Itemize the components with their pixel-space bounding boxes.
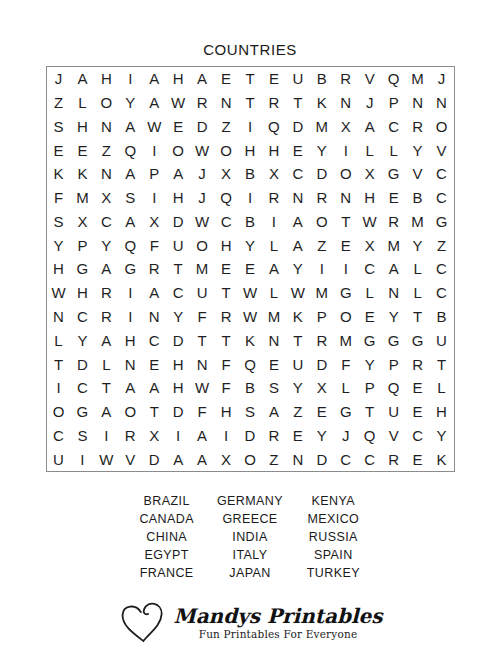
grid-cell: V xyxy=(118,447,142,471)
grid-cell: I xyxy=(94,423,118,447)
grid-cell: R xyxy=(310,186,334,210)
grid-cell: U xyxy=(382,400,406,424)
grid-cell: I xyxy=(70,447,94,471)
grid-cell: T xyxy=(238,91,262,115)
grid-cell: N xyxy=(382,281,406,305)
word-list: BRAZILGERMANYKENYACANADAGREECEMEXICOCHIN… xyxy=(125,492,375,582)
grid-cell: M xyxy=(406,67,430,91)
grid-cell: A xyxy=(166,447,190,471)
grid-cell: H xyxy=(70,281,94,305)
grid-cell: A xyxy=(142,376,166,400)
grid-cell: A xyxy=(118,162,142,186)
grid-cell: R xyxy=(94,305,118,329)
word-list-item: MEXICO xyxy=(292,510,375,528)
grid-cell: E xyxy=(214,67,238,91)
grid-cell: Z xyxy=(310,233,334,257)
grid-cell: N xyxy=(214,91,238,115)
grid-cell: C xyxy=(214,210,238,234)
grid-cell: N xyxy=(190,352,214,376)
grid-cell: S xyxy=(118,186,142,210)
grid-cell: C xyxy=(358,447,382,471)
grid-cell: P xyxy=(382,91,406,115)
grid-cell: K xyxy=(70,162,94,186)
grid-cell: W xyxy=(358,210,382,234)
grid-cell: N xyxy=(94,115,118,139)
grid-cell: Y xyxy=(166,305,190,329)
grid-cell: H xyxy=(166,352,190,376)
grid-cell: A xyxy=(142,67,166,91)
grid-cell: A xyxy=(94,257,118,281)
grid-cell: C xyxy=(166,281,190,305)
grid-cell: N xyxy=(430,91,454,115)
grid-cell: B xyxy=(238,210,262,234)
grid-cell: L xyxy=(70,91,94,115)
grid-cell: Q xyxy=(262,115,286,139)
grid-cell: W xyxy=(190,376,214,400)
grid-cell: B xyxy=(406,186,430,210)
grid-cell: M xyxy=(70,186,94,210)
grid-cell: I xyxy=(262,210,286,234)
grid-cell: T xyxy=(214,328,238,352)
grid-cell: T xyxy=(190,328,214,352)
grid-cell: O xyxy=(118,400,142,424)
grid-cell: U xyxy=(47,447,71,471)
grid-cell: K xyxy=(310,91,334,115)
brand-logo: Mandys Printables Fun Printables For Eve… xyxy=(0,600,500,646)
grid-cell: T xyxy=(142,400,166,424)
grid-cell: T xyxy=(214,281,238,305)
grid-cell: A xyxy=(286,233,310,257)
grid-cell: O xyxy=(47,400,71,424)
grid-cell: S xyxy=(262,376,286,400)
grid-cell: H xyxy=(166,186,190,210)
grid-cell: H xyxy=(430,400,454,424)
grid-cell: I xyxy=(214,423,238,447)
grid-cell: A xyxy=(262,257,286,281)
word-list-item: INDIA xyxy=(208,528,291,546)
grid-cell: R xyxy=(406,352,430,376)
grid-cell: N xyxy=(286,186,310,210)
grid-cell: U xyxy=(286,352,310,376)
grid-cell: C xyxy=(286,162,310,186)
grid-cell: Y xyxy=(70,328,94,352)
grid-cell: J xyxy=(430,67,454,91)
grid-cell: C xyxy=(430,186,454,210)
grid-cell: N xyxy=(262,328,286,352)
grid-cell: H xyxy=(214,233,238,257)
grid-cell: G xyxy=(70,257,94,281)
grid-cell: L xyxy=(358,281,382,305)
grid-cell: P xyxy=(70,233,94,257)
grid-cell: M xyxy=(190,257,214,281)
grid-cell: Q xyxy=(118,233,142,257)
grid-cell: C xyxy=(430,162,454,186)
grid-cell: Y xyxy=(286,376,310,400)
grid-cell: E xyxy=(166,115,190,139)
grid-cell: Z xyxy=(262,447,286,471)
word-search-grid: JAHIAHAETEUBRVQMJZLOYAWRNTRTKNJPNNSHNAWE… xyxy=(46,66,455,472)
grid-cell: H xyxy=(94,67,118,91)
grid-cell: R xyxy=(262,91,286,115)
grid-cell: O xyxy=(190,233,214,257)
grid-cell: H xyxy=(238,138,262,162)
grid-cell: M xyxy=(310,281,334,305)
grid-cell: N xyxy=(334,91,358,115)
grid-cell: A xyxy=(358,115,382,139)
grid-cell: R xyxy=(94,281,118,305)
grid-cell: W xyxy=(166,91,190,115)
grid-cell: X xyxy=(94,186,118,210)
grid-cell: S xyxy=(238,400,262,424)
grid-cell: X xyxy=(310,376,334,400)
grid-cell: C xyxy=(358,257,382,281)
grid-cell: G xyxy=(430,210,454,234)
grid-cell: I xyxy=(118,305,142,329)
grid-cell: A xyxy=(382,257,406,281)
grid-cell: C xyxy=(94,210,118,234)
grid-cell: D xyxy=(286,115,310,139)
grid-cell: H xyxy=(166,67,190,91)
grid-cell: F xyxy=(334,352,358,376)
grid-cell: T xyxy=(47,352,71,376)
grid-cell: P xyxy=(142,162,166,186)
grid-cell: C xyxy=(382,115,406,139)
grid-cell: G xyxy=(358,328,382,352)
grid-cell: Z xyxy=(214,115,238,139)
grid-cell: O xyxy=(214,138,238,162)
grid-cell: Y xyxy=(94,233,118,257)
grid-cell: Q xyxy=(382,67,406,91)
grid-cell: Q xyxy=(214,186,238,210)
grid-cell: C xyxy=(142,328,166,352)
grid-cell: W xyxy=(190,210,214,234)
grid-cell: Q xyxy=(358,423,382,447)
grid-cell: O xyxy=(238,447,262,471)
grid-cell: A xyxy=(118,376,142,400)
grid-cell: H xyxy=(358,186,382,210)
grid-cell: H xyxy=(70,115,94,139)
grid-cell: B xyxy=(238,162,262,186)
printable-page: COUNTRIES JAHIAHAETEUBRVQMJZLOYAWRNTRTKN… xyxy=(0,0,500,647)
grid-cell: A xyxy=(262,400,286,424)
grid-cell: O xyxy=(310,210,334,234)
grid-cell: G xyxy=(334,281,358,305)
grid-cell: A xyxy=(142,281,166,305)
grid-cell: Y xyxy=(406,138,430,162)
grid-cell: L xyxy=(47,328,71,352)
grid-cell: T xyxy=(406,305,430,329)
grid-cell: D xyxy=(310,162,334,186)
grid-cell: E xyxy=(286,138,310,162)
grid-cell: R xyxy=(382,210,406,234)
grid-cell: D xyxy=(166,328,190,352)
word-list-item: KENYA xyxy=(292,492,375,510)
grid-cell: E xyxy=(310,400,334,424)
grid-cell: I xyxy=(142,186,166,210)
grid-cell: V xyxy=(430,138,454,162)
grid-cell: M xyxy=(334,328,358,352)
grid-cell: A xyxy=(94,328,118,352)
grid-cell: T xyxy=(238,67,262,91)
grid-cell: Y xyxy=(430,423,454,447)
grid-cell: N xyxy=(406,91,430,115)
grid-cell: U xyxy=(430,328,454,352)
word-list-item: TURKEY xyxy=(292,564,375,582)
grid-cell: K xyxy=(286,305,310,329)
puzzle-title: COUNTRIES xyxy=(0,0,500,60)
grid-cell: B xyxy=(310,67,334,91)
grid-cell: A xyxy=(190,423,214,447)
grid-cell: F xyxy=(190,305,214,329)
grid-cell: R xyxy=(262,186,286,210)
grid-cell: E xyxy=(214,257,238,281)
grid-cell: W xyxy=(94,447,118,471)
grid-cell: J xyxy=(190,162,214,186)
grid-cell: X xyxy=(142,210,166,234)
grid-cell: D xyxy=(70,352,94,376)
grid-cell: G xyxy=(70,400,94,424)
grid-cell: X xyxy=(214,162,238,186)
grid-cell: S xyxy=(47,115,71,139)
grid-cell: D xyxy=(310,447,334,471)
grid-cell: O xyxy=(430,115,454,139)
grid-cell: W xyxy=(47,281,71,305)
grid-cell: E xyxy=(238,257,262,281)
grid-cell: B xyxy=(238,376,262,400)
grid-cell: I xyxy=(166,423,190,447)
grid-cell: A xyxy=(142,91,166,115)
grid-cell: A xyxy=(190,67,214,91)
grid-cell: E xyxy=(358,305,382,329)
grid-cell: G xyxy=(382,328,406,352)
grid-cell: Y xyxy=(286,257,310,281)
grid-cell: D xyxy=(310,352,334,376)
grid-cell: U xyxy=(166,233,190,257)
grid-cell: T xyxy=(358,400,382,424)
grid-cell: A xyxy=(118,210,142,234)
grid-cell: L xyxy=(358,138,382,162)
grid-cell: K xyxy=(47,162,71,186)
grid-cell: U xyxy=(286,67,310,91)
grid-cell: I xyxy=(310,257,334,281)
grid-cell: H xyxy=(47,257,71,281)
grid-cell: X xyxy=(334,115,358,139)
grid-cell: C xyxy=(47,423,71,447)
grid-cell: W xyxy=(190,138,214,162)
grid-cell: P xyxy=(382,352,406,376)
grid-cell: F xyxy=(214,352,238,376)
grid-cell: S xyxy=(47,210,71,234)
grid-cell: T xyxy=(286,91,310,115)
grid-cell: L xyxy=(94,352,118,376)
grid-cell: G xyxy=(382,162,406,186)
grid-cell: E xyxy=(334,233,358,257)
word-list-item: SPAIN xyxy=(292,546,375,564)
grid-cell: T xyxy=(94,376,118,400)
grid-cell: R xyxy=(142,257,166,281)
grid-cell: O xyxy=(94,91,118,115)
grid-cell: U xyxy=(190,281,214,305)
grid-cell: W xyxy=(286,281,310,305)
grid-cell: Y xyxy=(406,233,430,257)
grid-cell: F xyxy=(142,233,166,257)
brand-name: Mandys Printables xyxy=(174,605,383,627)
grid-cell: T xyxy=(286,328,310,352)
grid-cell: J xyxy=(190,186,214,210)
grid-cell: X xyxy=(358,162,382,186)
grid-cell: Q xyxy=(238,352,262,376)
grid-cell: K xyxy=(430,447,454,471)
grid-cell: A xyxy=(94,400,118,424)
grid-cell: L xyxy=(406,257,430,281)
grid-cell: Y xyxy=(382,305,406,329)
grid-cell: H xyxy=(118,328,142,352)
grid-cell: T xyxy=(430,352,454,376)
grid-cell: E xyxy=(406,447,430,471)
grid-cell: I xyxy=(238,115,262,139)
grid-cell: Y xyxy=(310,138,334,162)
grid-cell: J xyxy=(334,423,358,447)
grid-cell: R xyxy=(190,91,214,115)
grid-cell: P xyxy=(358,376,382,400)
grid-cell: W xyxy=(238,281,262,305)
word-list-item: CHINA xyxy=(125,528,208,546)
word-list-item: FRANCE xyxy=(125,564,208,582)
grid-cell: E xyxy=(262,67,286,91)
grid-cell: Z xyxy=(47,91,71,115)
grid-cell: X xyxy=(70,210,94,234)
grid-cell: W xyxy=(142,115,166,139)
grid-cell: A xyxy=(190,447,214,471)
grid-cell: T xyxy=(166,257,190,281)
grid-cell: N xyxy=(286,447,310,471)
grid-cell: L xyxy=(262,233,286,257)
grid-cell: R xyxy=(334,67,358,91)
grid-cell: N xyxy=(334,186,358,210)
grid-cell: L xyxy=(334,376,358,400)
grid-cell: X xyxy=(262,162,286,186)
grid-cell: G xyxy=(406,328,430,352)
grid-cell: L xyxy=(430,376,454,400)
grid-cell: F xyxy=(47,186,71,210)
grid-cell: I xyxy=(334,257,358,281)
grid-cell: M xyxy=(406,210,430,234)
grid-cell: N xyxy=(94,162,118,186)
grid-cell: C xyxy=(430,281,454,305)
grid-cell: R xyxy=(214,305,238,329)
grid-cell: O xyxy=(166,138,190,162)
grid-cell: E xyxy=(406,400,430,424)
grid-cell: R xyxy=(118,423,142,447)
grid-cell: N xyxy=(142,305,166,329)
grid-cell: S xyxy=(70,423,94,447)
grid-cell: B xyxy=(430,305,454,329)
grid-cell: V xyxy=(358,67,382,91)
grid-cell: E xyxy=(262,352,286,376)
grid-cell: R xyxy=(262,423,286,447)
grid-cell: Z xyxy=(286,400,310,424)
grid-cell: V xyxy=(406,162,430,186)
grid-cell: H xyxy=(166,376,190,400)
grid-cell: C xyxy=(70,305,94,329)
grid-cell: I xyxy=(334,138,358,162)
grid-cell: Y xyxy=(310,423,334,447)
grid-cell: H xyxy=(262,138,286,162)
grid-cell: V xyxy=(382,423,406,447)
grid-cell: X xyxy=(214,447,238,471)
grid-cell: Y xyxy=(118,91,142,115)
grid-cell: Q xyxy=(118,138,142,162)
grid-cell: A xyxy=(286,210,310,234)
grid-cell: R xyxy=(382,447,406,471)
grid-cell: Y xyxy=(47,233,71,257)
word-list-item: JAPAN xyxy=(208,564,291,582)
grid-cell: K xyxy=(238,328,262,352)
grid-cell: D xyxy=(238,423,262,447)
grid-cell: X xyxy=(142,423,166,447)
grid-cell: E xyxy=(142,352,166,376)
word-list-item: BRAZIL xyxy=(125,492,208,510)
word-list-item: GREECE xyxy=(208,510,291,528)
grid-cell: Z xyxy=(430,233,454,257)
grid-cell: F xyxy=(190,400,214,424)
grid-cell: E xyxy=(47,138,71,162)
grid-cell: G xyxy=(118,257,142,281)
grid-cell: Y xyxy=(238,233,262,257)
grid-cell: I xyxy=(47,376,71,400)
grid-cell: C xyxy=(430,257,454,281)
grid-cell: L xyxy=(262,281,286,305)
grid-cell: J xyxy=(358,91,382,115)
grid-cell: M xyxy=(310,115,334,139)
grid-cell: O xyxy=(334,162,358,186)
grid-cell: G xyxy=(334,400,358,424)
grid-cell: A xyxy=(118,115,142,139)
word-list-item: CANADA xyxy=(125,510,208,528)
grid-cell: C xyxy=(334,447,358,471)
grid-cell: Z xyxy=(94,138,118,162)
grid-cell: E xyxy=(70,138,94,162)
grid-cell: Q xyxy=(382,376,406,400)
word-list-item: RUSSIA xyxy=(292,528,375,546)
grid-cell: Y xyxy=(358,352,382,376)
grid-cell: F xyxy=(214,376,238,400)
grid-cell: N xyxy=(118,352,142,376)
grid-cell: E xyxy=(286,423,310,447)
grid-cell: T xyxy=(334,210,358,234)
word-list-item: EGYPT xyxy=(125,546,208,564)
grid-cell: M xyxy=(382,233,406,257)
grid-cell: L xyxy=(382,138,406,162)
grid-cell: R xyxy=(310,328,334,352)
grid-cell: C xyxy=(70,376,94,400)
grid-cell: M xyxy=(262,305,286,329)
grid-cell: N xyxy=(47,305,71,329)
word-list-item: ITALY xyxy=(208,546,291,564)
grid-cell: I xyxy=(118,281,142,305)
grid-cell: W xyxy=(238,305,262,329)
grid-cell: L xyxy=(406,281,430,305)
grid-cell: A xyxy=(166,162,190,186)
grid-cell: D xyxy=(142,447,166,471)
grid-cell: J xyxy=(47,67,71,91)
word-list-item: GERMANY xyxy=(208,492,291,510)
grid-cell: I xyxy=(118,67,142,91)
grid-cell: P xyxy=(310,305,334,329)
grid-cell: E xyxy=(406,376,430,400)
grid-cell: D xyxy=(166,400,190,424)
grid-cell: O xyxy=(334,305,358,329)
